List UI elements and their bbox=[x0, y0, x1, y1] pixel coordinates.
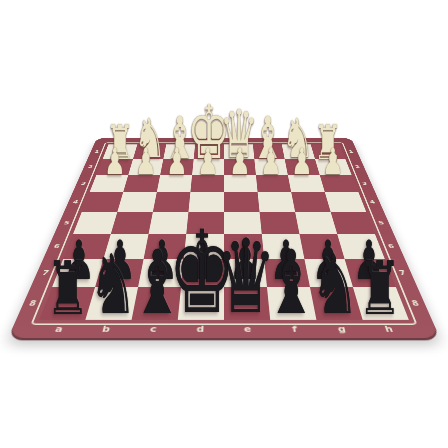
piece-black-rook-a8[interactable]: ♜ bbox=[46, 251, 90, 325]
pieces-layer: ♜♞♝♚♛♝♞♜♟♟♟♟♟♟♟♟♟♟♟♟♟♟♟♟♜♞♝♚♛♝♞♜ bbox=[0, 0, 448, 448]
piece-white-pawn-f2[interactable]: ♟ bbox=[260, 144, 281, 180]
piece-white-pawn-a2[interactable]: ♟ bbox=[104, 144, 125, 180]
piece-black-bishop-f8[interactable]: ♝ bbox=[265, 239, 317, 327]
piece-white-pawn-d2[interactable]: ♟ bbox=[197, 144, 218, 180]
piece-white-pawn-h2[interactable]: ♟ bbox=[322, 144, 343, 180]
piece-white-pawn-g2[interactable]: ♟ bbox=[291, 144, 312, 180]
piece-white-pawn-e2[interactable]: ♟ bbox=[229, 144, 250, 180]
piece-white-pawn-b2[interactable]: ♟ bbox=[135, 144, 156, 180]
piece-white-pawn-c2[interactable]: ♟ bbox=[166, 144, 187, 180]
piece-black-rook-h8[interactable]: ♜ bbox=[358, 251, 402, 325]
piece-black-knight-g8[interactable]: ♞ bbox=[311, 244, 360, 326]
photo-stage: abcdefgh abcdefgh 12345678 12345678 ♜♞♝♚… bbox=[0, 0, 448, 448]
